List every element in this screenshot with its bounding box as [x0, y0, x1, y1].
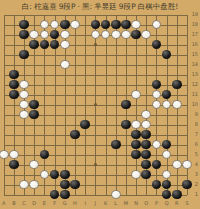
- col-label-P: P: [151, 201, 161, 206]
- black-stone-F3: [50, 170, 60, 180]
- col-label-J: J: [90, 201, 100, 206]
- row-label-19: 19: [188, 12, 198, 17]
- grid-line-horizontal: [4, 135, 187, 136]
- white-stone-P6: [152, 140, 162, 150]
- hoshi-point: [94, 43, 97, 46]
- white-stone-G17: [60, 30, 70, 40]
- col-label-S: S: [182, 201, 192, 206]
- black-stone-P2: [152, 180, 162, 190]
- white-stone-P10: [152, 100, 162, 110]
- hoshi-point: [94, 103, 97, 106]
- black-stone-M8: [121, 120, 131, 130]
- white-player-label: 白: 柁嘉熹: [22, 0, 57, 13]
- grid-line-horizontal: [4, 155, 187, 156]
- black-stone-G18: [60, 20, 70, 30]
- black-stone-O6: [141, 140, 151, 150]
- row-label-17: 17: [188, 32, 198, 37]
- black-stone-N5: [131, 150, 141, 160]
- white-stone-E17: [40, 30, 50, 40]
- white-stone-N18: [131, 20, 141, 30]
- row-label-4: 4: [188, 162, 198, 167]
- col-label-O: O: [141, 201, 151, 206]
- white-stone-G16: [60, 40, 70, 50]
- col-label-H: H: [70, 201, 80, 206]
- grid-line-vertical: [116, 15, 117, 195]
- black-stone-O4: [141, 160, 151, 170]
- col-label-F: F: [50, 201, 60, 206]
- black-stone-Q11: [162, 90, 172, 100]
- black-player-label: 黑: 芈昱廷: [82, 0, 117, 13]
- white-stone-N8: [131, 120, 141, 130]
- white-stone-R10: [172, 100, 182, 110]
- black-stone-L6: [111, 140, 121, 150]
- black-stone-C17: [19, 30, 29, 40]
- black-stone-F16: [50, 40, 60, 50]
- col-label-K: K: [101, 201, 111, 206]
- white-stone-L17: [111, 30, 121, 40]
- col-label-B: B: [9, 201, 19, 206]
- white-stone-D2: [29, 180, 39, 190]
- white-stone-O17: [141, 30, 151, 40]
- black-stone-Q15: [162, 50, 172, 60]
- col-label-Q: Q: [162, 201, 172, 206]
- black-stone-M18: [121, 20, 131, 30]
- white-stone-B5: [9, 150, 19, 160]
- white-stone-C10: [19, 100, 29, 110]
- col-label-L: L: [111, 201, 121, 206]
- row-label-9: 9: [188, 112, 198, 117]
- row-label-12: 12: [188, 82, 198, 87]
- black-stone-N7: [131, 130, 141, 140]
- grid-line-horizontal: [4, 125, 187, 126]
- black-stone-E5: [40, 150, 50, 160]
- white-stone-O9: [141, 110, 151, 120]
- grid-line-vertical: [136, 15, 137, 195]
- col-label-I: I: [80, 201, 90, 206]
- white-stone-A5: [0, 150, 9, 160]
- row-label-10: 10: [188, 102, 198, 107]
- black-stone-R1: [172, 190, 182, 200]
- black-stone-C18: [19, 20, 29, 30]
- black-player-rank: 9段P: [119, 0, 136, 13]
- row-label-15: 15: [188, 52, 198, 57]
- white-stone-E3: [40, 170, 50, 180]
- col-label-R: R: [172, 201, 182, 206]
- row-label-2: 2: [188, 182, 198, 187]
- white-stone-D17: [29, 30, 39, 40]
- row-label-14: 14: [188, 62, 198, 67]
- white-player-rank: 9段P: [59, 0, 76, 13]
- white-stone-Q3: [162, 170, 172, 180]
- white-stone-E18: [40, 20, 50, 30]
- row-label-16: 16: [188, 42, 198, 47]
- black-stone-Q2: [162, 180, 172, 190]
- go-app-window: 白: 柁嘉熹 9段P · 黑: 芈昱廷 9段P 白棋中盘胜! 191817161…: [0, 0, 200, 209]
- black-stone-N17: [131, 30, 141, 40]
- row-label-18: 18: [188, 22, 198, 27]
- col-label-M: M: [121, 201, 131, 206]
- white-stone-J17: [91, 30, 101, 40]
- grid-line-horizontal: [4, 195, 187, 196]
- col-label-E: E: [39, 201, 49, 206]
- white-stone-D4: [29, 160, 39, 170]
- black-stone-F17: [50, 30, 60, 40]
- col-label-C: C: [19, 201, 29, 206]
- row-label-3: 3: [188, 172, 198, 177]
- game-result: 白棋中盘胜!: [138, 0, 179, 13]
- black-stone-O3: [141, 170, 151, 180]
- black-stone-B4: [9, 160, 19, 170]
- col-label-A: A: [0, 201, 9, 206]
- black-stone-N6: [131, 140, 141, 150]
- black-stone-P12: [152, 80, 162, 90]
- white-stone-C12: [19, 80, 29, 90]
- row-label-5: 5: [188, 152, 198, 157]
- black-stone-B11: [9, 90, 19, 100]
- white-stone-N11: [131, 90, 141, 100]
- row-label-6: 6: [188, 142, 198, 147]
- black-stone-B13: [9, 70, 19, 80]
- row-label-13: 13: [188, 72, 198, 77]
- white-stone-O8: [141, 120, 151, 130]
- black-stone-K18: [101, 20, 111, 30]
- white-stone-P11: [152, 90, 162, 100]
- black-stone-M10: [121, 100, 131, 110]
- white-stone-M17: [121, 30, 131, 40]
- black-stone-R12: [172, 80, 182, 90]
- row-label-7: 7: [188, 132, 198, 137]
- black-stone-Q6: [162, 140, 172, 150]
- white-stone-G14: [60, 60, 70, 70]
- white-stone-Q5: [162, 150, 172, 160]
- black-stone-F1: [50, 190, 60, 200]
- black-stone-D9: [29, 110, 39, 120]
- white-stone-Q10: [162, 100, 172, 110]
- black-stone-P4: [152, 160, 162, 170]
- black-stone-G3: [60, 170, 70, 180]
- white-stone-H18: [70, 20, 80, 30]
- white-stone-C9: [19, 110, 29, 120]
- black-stone-H7: [70, 130, 80, 140]
- black-stone-B12: [9, 80, 19, 90]
- black-stone-D16: [29, 40, 39, 50]
- black-stone-O7: [141, 130, 151, 140]
- row-label-11: 11: [188, 92, 198, 97]
- white-stone-F18: [50, 20, 60, 30]
- hoshi-point: [94, 163, 97, 166]
- white-stone-K17: [101, 30, 111, 40]
- black-stone-J18: [91, 20, 101, 30]
- black-stone-O5: [141, 150, 151, 160]
- black-stone-I8: [80, 120, 90, 130]
- black-stone-G1: [60, 190, 70, 200]
- header-separator: ·: [78, 0, 80, 13]
- black-stone-H2: [70, 180, 80, 190]
- black-stone-C15: [19, 50, 29, 60]
- black-stone-E16: [40, 40, 50, 50]
- white-stone-N3: [131, 170, 141, 180]
- black-stone-D10: [29, 100, 39, 110]
- row-label-1: 1: [188, 192, 198, 197]
- row-label-8: 8: [188, 122, 198, 127]
- white-stone-C11: [19, 90, 29, 100]
- game-info-header: 白: 柁嘉熹 9段P · 黑: 芈昱廷 9段P 白棋中盘胜!: [0, 0, 200, 13]
- col-label-D: D: [29, 201, 39, 206]
- black-stone-Q1: [162, 190, 172, 200]
- white-stone-P18: [152, 20, 162, 30]
- col-label-G: G: [60, 201, 70, 206]
- white-stone-R4: [172, 160, 182, 170]
- white-stone-C2: [19, 180, 29, 190]
- black-stone-L18: [111, 20, 121, 30]
- black-stone-P16: [152, 40, 162, 50]
- col-label-N: N: [131, 201, 141, 206]
- grid-line-vertical: [106, 15, 107, 195]
- grid-line-horizontal: [4, 175, 187, 176]
- white-stone-L1: [111, 190, 121, 200]
- black-stone-G2: [60, 180, 70, 190]
